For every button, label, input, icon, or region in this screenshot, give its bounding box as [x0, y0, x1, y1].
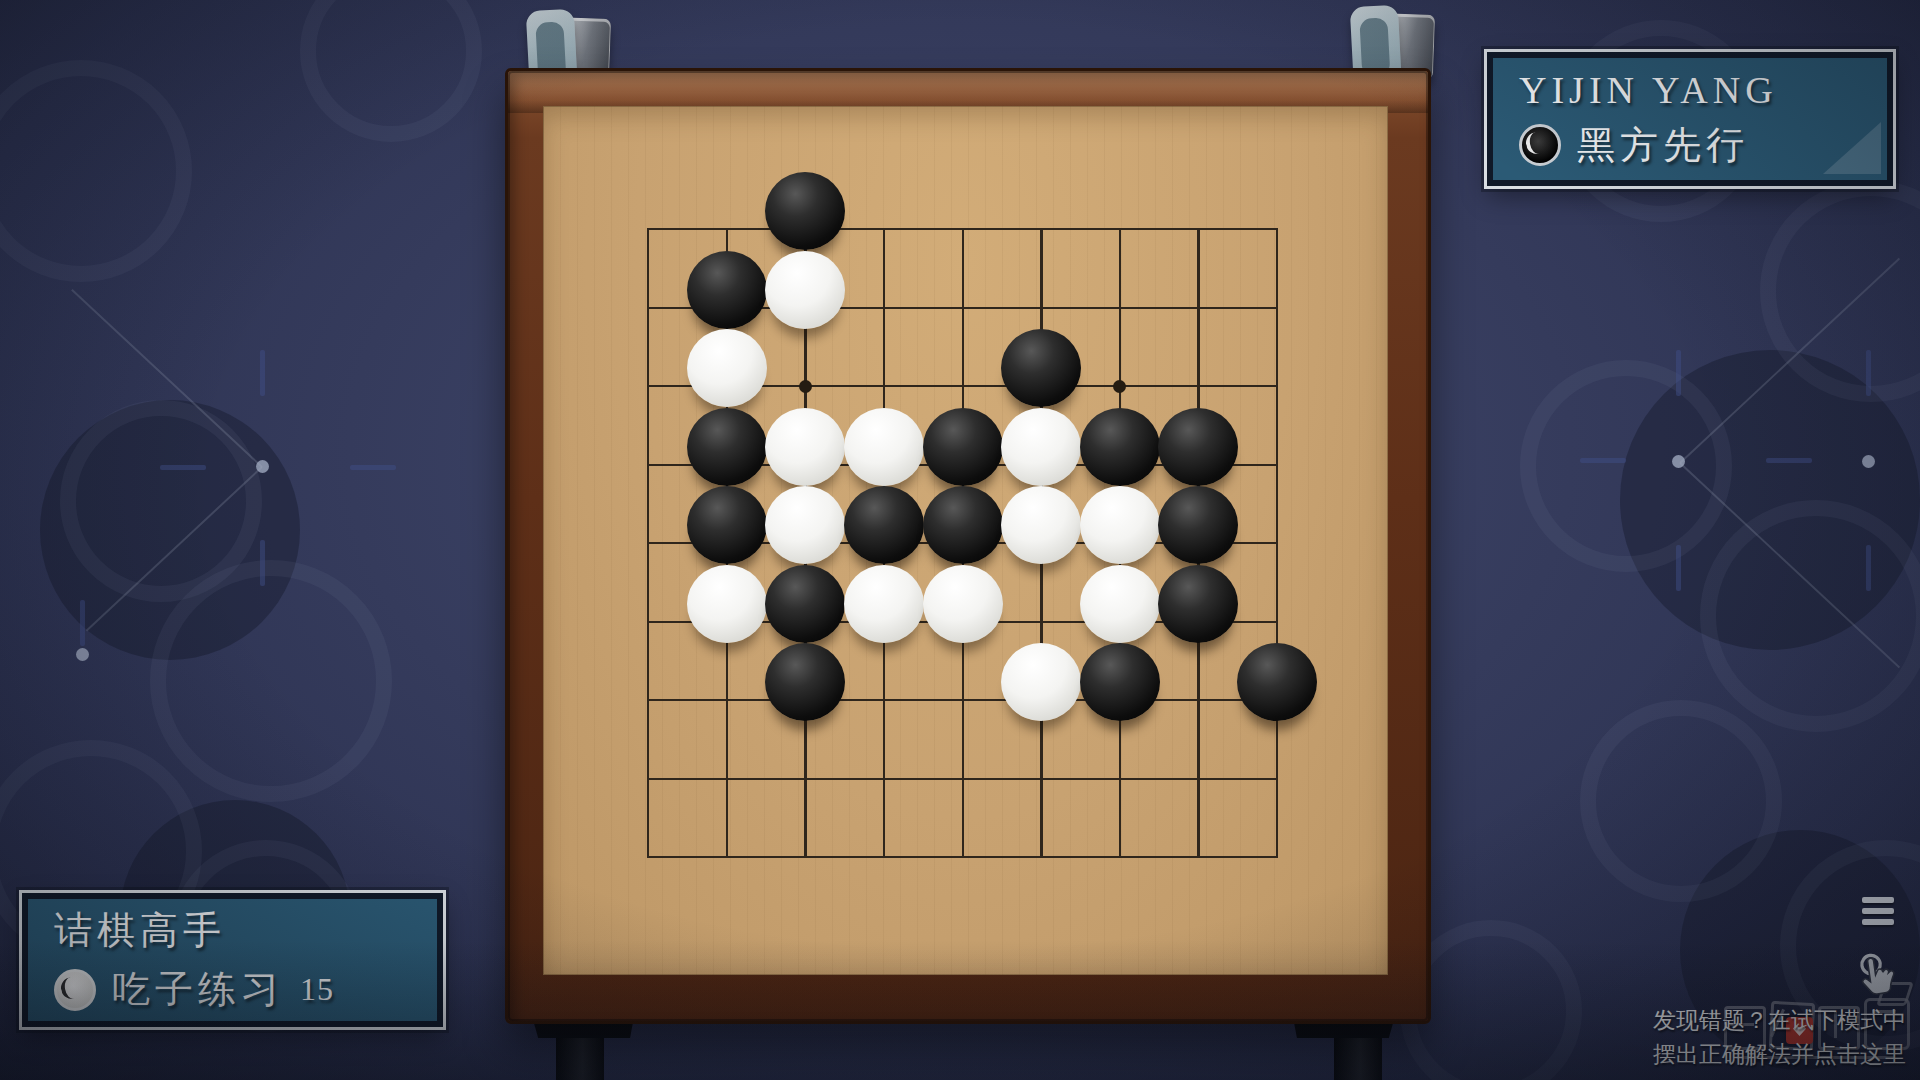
grid-line — [647, 699, 1278, 701]
black-stone — [1158, 565, 1238, 643]
black-stone — [765, 643, 845, 721]
white-stone — [923, 565, 1003, 643]
white-stone — [765, 251, 845, 329]
black-stone — [1001, 329, 1081, 407]
star-point — [799, 380, 812, 393]
hint-line-1: 发现错题？在试下模式中 — [1486, 1004, 1906, 1038]
white-stone — [844, 565, 924, 643]
black-stone — [1158, 408, 1238, 486]
white-stone — [1001, 486, 1081, 564]
black-stone — [1080, 408, 1160, 486]
player-panel: YIJIN YANG 黑方先行 — [1487, 52, 1893, 186]
white-stone-icon — [54, 969, 96, 1011]
grid-line — [647, 778, 1278, 780]
grid-line — [647, 856, 1278, 858]
white-stone — [1080, 486, 1160, 564]
black-stone-icon — [1519, 124, 1561, 166]
grid-line — [1276, 228, 1278, 858]
white-stone — [687, 329, 767, 407]
hint-text: 发现错题？在试下模式中 摆出正确解法并点击这里 — [1486, 1004, 1906, 1072]
black-stone — [765, 565, 845, 643]
puzzle-panel: 诘棋高手 吃子练习 15 — [22, 893, 443, 1027]
white-stone — [765, 486, 845, 564]
puzzle-number: 15 — [300, 971, 334, 1008]
puzzle-subtitle: 吃子练习 — [112, 964, 284, 1015]
white-stone — [844, 408, 924, 486]
white-stone — [765, 408, 845, 486]
black-stone — [844, 486, 924, 564]
game-screen: YIJIN YANG 黑方先行 诘棋高手 吃子练习 15 发现错题？在 — [0, 0, 1920, 1080]
black-stone — [687, 408, 767, 486]
black-stone — [687, 486, 767, 564]
black-stone — [923, 486, 1003, 564]
white-stone — [1001, 643, 1081, 721]
turn-indicator: 黑方先行 — [1577, 120, 1749, 171]
black-stone — [1158, 486, 1238, 564]
black-stone — [1237, 643, 1317, 721]
white-stone — [1001, 408, 1081, 486]
hint-line-2[interactable]: 摆出正确解法并点击这里 — [1486, 1038, 1906, 1072]
white-stone — [1080, 565, 1160, 643]
star-point — [1113, 380, 1126, 393]
puzzle-title: 诘棋高手 — [54, 905, 226, 956]
black-stone — [1080, 643, 1160, 721]
player-name: YIJIN YANG — [1519, 68, 1778, 112]
white-stone — [687, 565, 767, 643]
black-stone — [923, 408, 1003, 486]
black-stone — [687, 251, 767, 329]
black-stone — [765, 172, 845, 250]
hand-cursor-icon — [1849, 949, 1904, 1007]
menu-icon[interactable] — [1862, 897, 1894, 930]
